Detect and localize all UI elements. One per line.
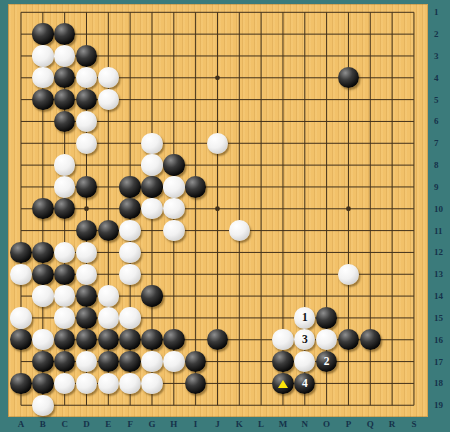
stone-C3[interactable] <box>54 45 75 66</box>
row-label-11: 11 <box>434 226 443 236</box>
row-label-7: 7 <box>434 138 439 148</box>
stone-D13[interactable] <box>76 264 97 285</box>
column-label-L: L <box>258 419 264 429</box>
column-label-K: K <box>236 419 243 429</box>
stone-H16[interactable] <box>163 329 184 350</box>
row-label-4: 4 <box>434 73 439 83</box>
stone-A18[interactable] <box>10 373 31 394</box>
stone-B2[interactable] <box>32 23 53 44</box>
stone-F12[interactable] <box>119 242 140 263</box>
move-number-label: 4 <box>302 378 308 390</box>
stone-M16[interactable] <box>272 329 293 350</box>
stone-K11[interactable] <box>229 220 250 241</box>
stone-C9[interactable] <box>54 176 75 197</box>
row-label-1: 1 <box>434 7 439 17</box>
stone-P13[interactable] <box>338 264 359 285</box>
row-label-15: 15 <box>434 313 443 323</box>
stone-H10[interactable] <box>163 198 184 219</box>
row-label-2: 2 <box>434 29 439 39</box>
stone-B18[interactable] <box>32 373 53 394</box>
stone-F13[interactable] <box>119 264 140 285</box>
stone-D15[interactable] <box>76 307 97 328</box>
stone-D3[interactable] <box>76 45 97 66</box>
stone-G9[interactable] <box>141 176 162 197</box>
stone-E14[interactable] <box>98 285 119 306</box>
column-label-F: F <box>127 419 133 429</box>
stone-B16[interactable] <box>32 329 53 350</box>
column-label-D: D <box>83 419 90 429</box>
stone-D7[interactable] <box>76 133 97 154</box>
stone-G10[interactable] <box>141 198 162 219</box>
stone-B12[interactable] <box>32 242 53 263</box>
row-label-6: 6 <box>434 116 439 126</box>
stone-F18[interactable] <box>119 373 140 394</box>
row-label-3: 3 <box>434 51 439 61</box>
stone-D9[interactable] <box>76 176 97 197</box>
column-label-O: O <box>323 419 330 429</box>
stone-B14[interactable] <box>32 285 53 306</box>
stone-D12[interactable] <box>76 242 97 263</box>
stone-G14[interactable] <box>141 285 162 306</box>
stone-B17[interactable] <box>32 351 53 372</box>
column-label-G: G <box>148 419 155 429</box>
stone-C14[interactable] <box>54 285 75 306</box>
stone-E17[interactable] <box>98 351 119 372</box>
move-number-label: 1 <box>302 312 308 324</box>
move-number-label: 2 <box>324 356 330 368</box>
row-label-13: 13 <box>434 269 443 279</box>
row-label-8: 8 <box>434 160 439 170</box>
column-label-A: A <box>18 419 25 429</box>
stone-H8[interactable] <box>163 154 184 175</box>
stone-H9[interactable] <box>163 176 184 197</box>
column-label-M: M <box>279 419 288 429</box>
stone-G7[interactable] <box>141 133 162 154</box>
stone-G8[interactable] <box>141 154 162 175</box>
stone-E18[interactable] <box>98 373 119 394</box>
stone-J7[interactable] <box>207 133 228 154</box>
column-label-H: H <box>170 419 177 429</box>
row-label-14: 14 <box>434 291 443 301</box>
stone-B4[interactable] <box>32 67 53 88</box>
stone-M18[interactable] <box>272 373 293 394</box>
stone-D18[interactable] <box>76 373 97 394</box>
column-label-I: I <box>194 419 198 429</box>
stone-F11[interactable] <box>119 220 140 241</box>
stone-E15[interactable] <box>98 307 119 328</box>
stone-B10[interactable] <box>32 198 53 219</box>
column-label-B: B <box>40 419 46 429</box>
row-label-9: 9 <box>434 182 439 192</box>
triangle-mark <box>278 380 288 388</box>
stone-A15[interactable] <box>10 307 31 328</box>
column-label-Q: Q <box>367 419 374 429</box>
column-label-E: E <box>105 419 111 429</box>
stone-H11[interactable] <box>163 220 184 241</box>
column-label-P: P <box>346 419 352 429</box>
column-label-S: S <box>411 419 416 429</box>
stone-I9[interactable] <box>185 176 206 197</box>
column-label-N: N <box>302 419 309 429</box>
stone-F16[interactable] <box>119 329 140 350</box>
stone-F9[interactable] <box>119 176 140 197</box>
stone-C2[interactable] <box>54 23 75 44</box>
stone-G18[interactable] <box>141 373 162 394</box>
stone-G17[interactable] <box>141 351 162 372</box>
stone-A13[interactable] <box>10 264 31 285</box>
stone-O15[interactable] <box>316 307 337 328</box>
row-label-17: 17 <box>434 357 443 367</box>
move-number-label: 3 <box>302 334 308 346</box>
stone-A12[interactable] <box>10 242 31 263</box>
stone-B13[interactable] <box>32 264 53 285</box>
row-label-18: 18 <box>434 378 443 388</box>
row-label-12: 12 <box>434 247 443 257</box>
stone-B19[interactable] <box>32 395 53 416</box>
stone-C15[interactable] <box>54 307 75 328</box>
stone-A16[interactable] <box>10 329 31 350</box>
row-label-19: 19 <box>434 400 443 410</box>
stone-D14[interactable] <box>76 285 97 306</box>
go-board-window: 1324 ABCDEFGHIJKLMNOPQRS1234567891011121… <box>0 0 450 432</box>
column-label-C: C <box>61 419 68 429</box>
stone-M17[interactable] <box>272 351 293 372</box>
stone-F15[interactable] <box>119 307 140 328</box>
stone-G16[interactable] <box>141 329 162 350</box>
stone-E11[interactable] <box>98 220 119 241</box>
stone-C8[interactable] <box>54 154 75 175</box>
stone-H17[interactable] <box>163 351 184 372</box>
stone-N15[interactable]: 1 <box>294 307 315 328</box>
row-label-5: 5 <box>434 95 439 105</box>
stone-F17[interactable] <box>119 351 140 372</box>
stone-B3[interactable] <box>32 45 53 66</box>
column-label-R: R <box>389 419 396 429</box>
row-label-16: 16 <box>434 335 443 345</box>
column-label-J: J <box>215 419 220 429</box>
stone-B5[interactable] <box>32 89 53 110</box>
row-label-10: 10 <box>434 204 443 214</box>
